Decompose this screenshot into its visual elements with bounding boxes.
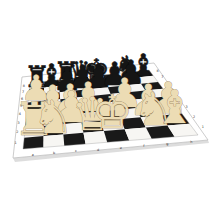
- file-label-d: d: [97, 148, 99, 152]
- chess-pieces: ♜♝♜♛♚♞♝♟♟♟♟♟♟♟♟♟♟♟♟♟♜♞♛♚♞♝: [14, 48, 196, 146]
- file-label-c: c: [75, 149, 77, 153]
- file-label-e: e: [120, 146, 122, 150]
- file-label-g: g: [166, 142, 168, 146]
- chess-board-photo: abcdefgh1122334455667788 ♜♝♜♛♚♞♝♟♟♟♟♟♟♟♟…: [0, 0, 222, 222]
- file-label-b: b: [53, 151, 55, 155]
- rank-label-right-1: 1: [202, 125, 204, 129]
- piece-white-bishop-h2: ♝: [154, 80, 195, 134]
- product-photo: abcdefgh1122334455667788 ♜♝♜♛♚♞♝♟♟♟♟♟♟♟♟…: [0, 0, 222, 222]
- piece-white-king-e2: ♚: [92, 85, 133, 139]
- file-label-h: h: [190, 140, 192, 144]
- piece-white-knight-b2: ♞: [33, 90, 74, 144]
- file-label-a: a: [32, 153, 34, 157]
